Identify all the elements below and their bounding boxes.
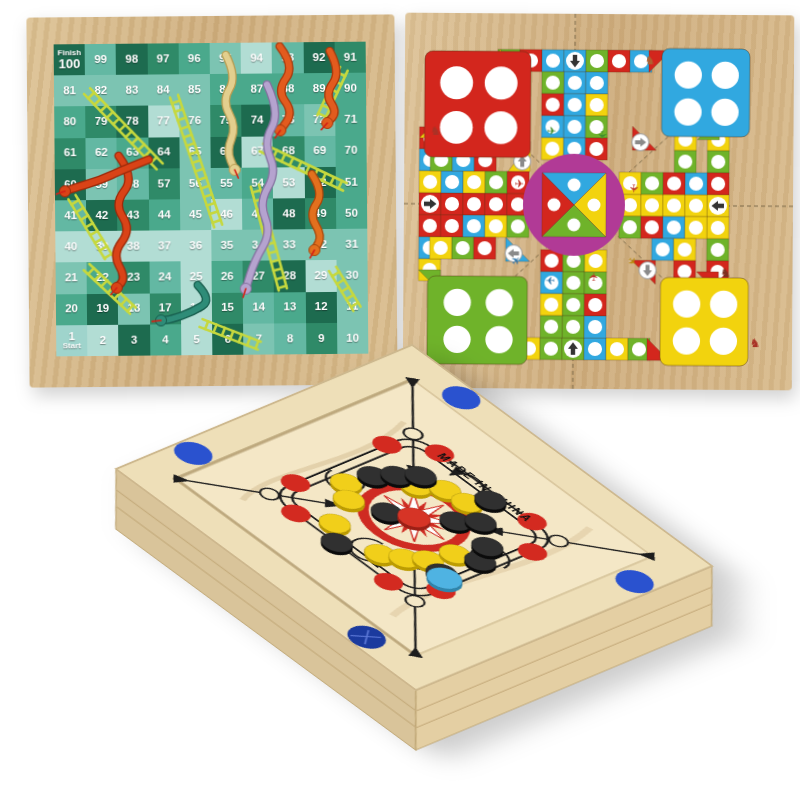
flying-chess-graphics: ✈✈✈✈✈✈✈✈♞♞♞♞ — [403, 13, 795, 391]
snl-cell-12: 12 — [305, 292, 336, 323]
snl-cell-85: 85 — [179, 74, 210, 105]
snl-cell-17: 17 — [149, 293, 180, 324]
snl-cell-83: 83 — [116, 75, 147, 106]
snl-cell-89: 89 — [303, 73, 334, 104]
snl-cell-72: 72 — [304, 104, 335, 135]
snl-cell-46: 46 — [211, 199, 242, 230]
snl-cell-88: 88 — [272, 73, 303, 104]
snl-cell-73: 73 — [273, 105, 304, 136]
snl-cell-35: 35 — [211, 230, 242, 261]
snl-cell-13: 13 — [274, 292, 305, 323]
snl-cell-33: 33 — [274, 229, 305, 260]
snl-cell-30: 30 — [336, 260, 367, 291]
snl-cell-64: 64 — [148, 137, 179, 168]
snl-cell-42: 42 — [86, 200, 117, 231]
snl-cell-20: 20 — [56, 294, 87, 325]
snl-cell-93: 93 — [272, 42, 303, 73]
snl-cell-37: 37 — [149, 230, 180, 261]
snl-cell-66: 66 — [210, 136, 241, 167]
snl-cell-71: 71 — [335, 104, 366, 135]
snl-cell-82: 82 — [85, 75, 116, 106]
snl-cell-36: 36 — [180, 230, 211, 261]
snl-cell-15: 15 — [212, 292, 243, 323]
snl-cell-19: 19 — [87, 293, 118, 324]
snl-cell-58: 58 — [117, 168, 148, 199]
snl-cell-44: 44 — [149, 199, 180, 230]
svg-text:♞: ♞ — [750, 336, 761, 350]
snl-cell-67: 67 — [242, 136, 273, 167]
snl-cell-97: 97 — [147, 43, 178, 74]
snl-cell-8: 8 — [274, 323, 305, 354]
svg-text:✈: ✈ — [547, 125, 556, 137]
snl-cell-56: 56 — [180, 168, 211, 199]
snl-cell-57: 57 — [148, 168, 179, 199]
snl-cell-90: 90 — [335, 73, 366, 104]
snl-cell-23: 23 — [118, 262, 149, 293]
snl-cell-28: 28 — [274, 261, 305, 292]
snl-cell-62: 62 — [86, 137, 117, 168]
snl-cell-10: 10 — [337, 322, 368, 353]
snl-cell-40: 40 — [55, 231, 86, 262]
snl-cell-38: 38 — [118, 231, 149, 262]
snl-cell-49: 49 — [305, 198, 336, 229]
snl-cell-87: 87 — [241, 74, 272, 105]
product-photo-scene: Finish1009998979695949392918182838485868… — [0, 0, 800, 800]
snl-cell-27: 27 — [243, 261, 274, 292]
snl-cell-94: 94 — [241, 42, 272, 73]
snl-cell-86: 86 — [210, 74, 241, 105]
snl-cell-29: 29 — [305, 260, 336, 291]
snl-cell-59: 59 — [86, 169, 117, 200]
snl-cell-6: 6 — [212, 324, 243, 355]
snl-cell-84: 84 — [147, 74, 178, 105]
snl-cell-14: 14 — [243, 292, 274, 323]
svg-text:♞: ♞ — [645, 53, 656, 67]
snl-cell-25: 25 — [180, 261, 211, 292]
snl-cell-48: 48 — [273, 198, 304, 229]
snl-cell-5: 5 — [181, 324, 212, 355]
snl-cell-51: 51 — [336, 166, 367, 197]
snl-cell-81: 81 — [54, 75, 85, 106]
snl-cell-11: 11 — [337, 291, 368, 322]
flying-chess-board: ✈✈✈✈✈✈✈✈♞♞♞♞ — [403, 13, 795, 391]
carrom-graphics: MADE IN CHINA — [116, 345, 712, 690]
snl-cell-47: 47 — [242, 198, 273, 229]
snl-cell-96: 96 — [178, 43, 209, 74]
snl-cell-54: 54 — [242, 167, 273, 198]
svg-text:✈: ✈ — [628, 184, 640, 193]
snl-cell-52: 52 — [304, 167, 335, 198]
snl-cell-99: 99 — [85, 44, 116, 75]
svg-text:♞: ♞ — [430, 124, 441, 138]
snl-cell-50: 50 — [336, 198, 367, 229]
snl-cell-24: 24 — [149, 262, 180, 293]
snl-cell-4: 4 — [150, 324, 181, 355]
snl-cell-1: 1Start — [56, 325, 87, 356]
snl-cell-61: 61 — [54, 138, 85, 169]
snl-cell-60: 60 — [55, 169, 86, 200]
snl-cell-78: 78 — [117, 106, 148, 137]
snl-cell-98: 98 — [116, 44, 147, 75]
snl-cell-32: 32 — [305, 229, 336, 260]
snl-cell-80: 80 — [54, 106, 85, 137]
snl-cell-69: 69 — [304, 136, 335, 167]
snl-cell-79: 79 — [85, 106, 116, 137]
snl-cell-95: 95 — [210, 43, 241, 74]
snl-cell-22: 22 — [87, 262, 118, 293]
carrom-board-box: MADE IN CHINA — [116, 345, 712, 690]
svg-text:✈: ✈ — [514, 177, 523, 189]
snl-cell-21: 21 — [56, 262, 87, 293]
svg-text:✈: ✈ — [546, 275, 555, 287]
snl-cell-63: 63 — [117, 137, 148, 168]
snl-cell-34: 34 — [242, 230, 273, 261]
snl-cell-2: 2 — [87, 325, 118, 356]
snl-cell-16: 16 — [181, 293, 212, 324]
svg-text:✈: ✈ — [587, 272, 599, 281]
snl-cell-39: 39 — [86, 231, 117, 262]
snl-cell-75: 75 — [210, 105, 241, 136]
snl-cell-76: 76 — [179, 105, 210, 136]
svg-text:✈: ✈ — [596, 130, 608, 139]
snl-cell-7: 7 — [243, 323, 274, 354]
snl-cell-53: 53 — [273, 167, 304, 198]
snl-cell-41: 41 — [55, 200, 86, 231]
snl-cell-26: 26 — [212, 261, 243, 292]
snl-cell-92: 92 — [303, 42, 334, 73]
snl-cell-77: 77 — [148, 106, 179, 137]
snakes-ladders-grid: Finish1009998979695949392918182838485868… — [54, 42, 369, 357]
snl-cell-91: 91 — [334, 42, 365, 73]
snl-cell-31: 31 — [336, 229, 367, 260]
snl-cell-100: Finish100 — [54, 44, 85, 75]
svg-text:♞: ♞ — [720, 266, 731, 280]
snl-cell-65: 65 — [179, 137, 210, 168]
snl-cell-9: 9 — [306, 323, 337, 354]
snl-cell-74: 74 — [241, 105, 272, 136]
snl-cell-55: 55 — [211, 168, 242, 199]
snakes-and-ladders-board: Finish1009998979695949392918182838485868… — [26, 14, 397, 387]
snl-cell-70: 70 — [335, 135, 366, 166]
snl-cell-3: 3 — [118, 324, 149, 355]
snl-cell-68: 68 — [273, 136, 304, 167]
snl-cell-45: 45 — [180, 199, 211, 230]
snl-cell-18: 18 — [118, 293, 149, 324]
snl-cell-43: 43 — [117, 200, 148, 231]
